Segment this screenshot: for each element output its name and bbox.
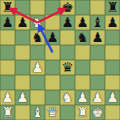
square-d7[interactable] (45, 15, 60, 30)
square-h8[interactable]: ♜ (105, 0, 120, 15)
square-c2[interactable] (30, 90, 45, 105)
square-g6[interactable]: ♟ (90, 30, 105, 45)
square-a1[interactable]: ♜ (0, 105, 15, 120)
piece-white-pawn[interactable]: ♟ (106, 90, 118, 105)
square-e7[interactable]: ♟ (60, 15, 75, 30)
chess-board: ♜♚♜♟♟♞♟♟♝♟♞♟♞♟♟♛♟♟♞♟♟♟♜♝♛♜♚ (0, 0, 120, 120)
square-h7[interactable]: ♟ (105, 15, 120, 30)
square-f7[interactable]: ♟ (75, 15, 90, 30)
piece-white-pawn[interactable]: ♟ (31, 60, 43, 75)
piece-white-bishop[interactable]: ♝ (31, 105, 43, 120)
square-e2[interactable]: ♞ (60, 90, 75, 105)
square-a3[interactable] (0, 75, 15, 90)
square-d3[interactable] (45, 75, 60, 90)
square-e8[interactable]: ♚ (60, 0, 75, 15)
square-b8[interactable] (15, 0, 30, 15)
square-c6[interactable]: ♞ (30, 30, 45, 45)
square-e3[interactable] (60, 75, 75, 90)
square-h3[interactable] (105, 75, 120, 90)
square-g1[interactable]: ♚ (90, 105, 105, 120)
piece-white-pawn[interactable]: ♟ (76, 90, 88, 105)
piece-white-rook[interactable]: ♜ (1, 105, 13, 120)
piece-black-rook[interactable]: ♜ (106, 0, 118, 15)
square-d8[interactable] (45, 0, 60, 15)
square-c3[interactable] (30, 75, 45, 90)
square-f6[interactable]: ♞ (75, 30, 90, 45)
square-b4[interactable] (15, 60, 30, 75)
square-g2[interactable]: ♟ (90, 90, 105, 105)
square-h6[interactable] (105, 30, 120, 45)
square-b2[interactable]: ♟ (15, 90, 30, 105)
piece-black-pawn[interactable]: ♟ (1, 15, 13, 30)
piece-black-bishop[interactable]: ♝ (91, 15, 103, 30)
square-g7[interactable]: ♝ (90, 15, 105, 30)
square-g5[interactable] (90, 45, 105, 60)
square-e1[interactable] (60, 105, 75, 120)
piece-black-pawn[interactable]: ♟ (16, 15, 28, 30)
square-a6[interactable] (0, 30, 15, 45)
square-d5[interactable] (45, 45, 60, 60)
piece-black-queen[interactable]: ♛ (61, 60, 73, 75)
square-c5[interactable] (30, 45, 45, 60)
square-b5[interactable] (15, 45, 30, 60)
piece-black-knight[interactable]: ♞ (31, 30, 43, 45)
square-d2[interactable] (45, 90, 60, 105)
square-d4[interactable] (45, 60, 60, 75)
piece-black-knight[interactable]: ♞ (76, 30, 88, 45)
square-c7[interactable]: ♞ (30, 15, 45, 30)
piece-white-pawn[interactable]: ♟ (16, 90, 28, 105)
piece-white-rook[interactable]: ♜ (76, 105, 88, 120)
piece-white-pawn[interactable]: ♟ (91, 90, 103, 105)
square-b1[interactable] (15, 105, 30, 120)
square-a4[interactable] (0, 60, 15, 75)
square-c1[interactable]: ♝ (30, 105, 45, 120)
square-a5[interactable] (0, 45, 15, 60)
square-c4[interactable]: ♟ (30, 60, 45, 75)
piece-white-king[interactable]: ♚ (91, 105, 103, 120)
square-b6[interactable] (15, 30, 30, 45)
square-d6[interactable]: ♟ (45, 30, 60, 45)
square-f2[interactable]: ♟ (75, 90, 90, 105)
piece-black-pawn[interactable]: ♟ (46, 30, 58, 45)
piece-black-pawn[interactable]: ♟ (76, 15, 88, 30)
square-b3[interactable] (15, 75, 30, 90)
square-f5[interactable] (75, 45, 90, 60)
square-a8[interactable]: ♜ (0, 0, 15, 15)
board-grid[interactable]: ♜♚♜♟♟♞♟♟♝♟♞♟♞♟♟♛♟♟♞♟♟♟♜♝♛♜♚ (0, 0, 120, 120)
square-e4[interactable]: ♛ (60, 60, 75, 75)
piece-black-pawn[interactable]: ♟ (91, 30, 103, 45)
square-e5[interactable] (60, 45, 75, 60)
square-f1[interactable]: ♜ (75, 105, 90, 120)
square-h2[interactable]: ♟ (105, 90, 120, 105)
piece-black-king[interactable]: ♚ (61, 0, 73, 15)
square-g3[interactable] (90, 75, 105, 90)
square-b7[interactable]: ♟ (15, 15, 30, 30)
piece-black-rook[interactable]: ♜ (1, 0, 13, 15)
square-h4[interactable] (105, 60, 120, 75)
piece-black-pawn[interactable]: ♟ (61, 15, 73, 30)
square-d1[interactable]: ♛ (45, 105, 60, 120)
square-c8[interactable] (30, 0, 45, 15)
square-g4[interactable] (90, 60, 105, 75)
piece-white-knight[interactable]: ♞ (61, 90, 73, 105)
piece-white-queen[interactable]: ♛ (46, 105, 58, 120)
square-f8[interactable] (75, 0, 90, 15)
square-f3[interactable] (75, 75, 90, 90)
square-a7[interactable]: ♟ (0, 15, 15, 30)
piece-black-pawn[interactable]: ♟ (106, 15, 118, 30)
square-h1[interactable] (105, 105, 120, 120)
piece-white-pawn[interactable]: ♟ (1, 90, 13, 105)
piece-white-knight[interactable]: ♞ (31, 15, 43, 30)
square-h5[interactable] (105, 45, 120, 60)
square-a2[interactable]: ♟ (0, 90, 15, 105)
square-e6[interactable] (60, 30, 75, 45)
square-f4[interactable] (75, 60, 90, 75)
square-g8[interactable] (90, 0, 105, 15)
